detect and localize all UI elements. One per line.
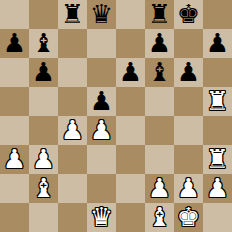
piece-black-pawn[interactable]: ♟: [119, 58, 142, 87]
square-a1[interactable]: [0, 203, 29, 232]
square-b5[interactable]: [29, 87, 58, 116]
square-b7[interactable]: ♝: [29, 29, 58, 58]
square-b1[interactable]: [29, 203, 58, 232]
piece-white-bishop[interactable]: ♝: [148, 203, 171, 232]
square-a4[interactable]: [0, 116, 29, 145]
square-b3[interactable]: ♟: [29, 145, 58, 174]
piece-black-king[interactable]: ♚: [177, 0, 200, 29]
square-e4[interactable]: [116, 116, 145, 145]
chess-board: ♜♛♜♚♟♝♟♟♟♟♝♟♟♜♟♟♟♟♜♝♟♟♟♛♝♚: [0, 0, 232, 232]
square-f5[interactable]: [145, 87, 174, 116]
square-d8[interactable]: ♛: [87, 0, 116, 29]
square-c5[interactable]: [58, 87, 87, 116]
square-a3[interactable]: ♟: [0, 145, 29, 174]
square-c7[interactable]: [58, 29, 87, 58]
square-b8[interactable]: [29, 0, 58, 29]
square-f1[interactable]: ♝: [145, 203, 174, 232]
square-h6[interactable]: [203, 58, 232, 87]
square-c1[interactable]: [58, 203, 87, 232]
piece-black-pawn[interactable]: ♟: [32, 58, 55, 87]
square-a7[interactable]: ♟: [0, 29, 29, 58]
piece-black-pawn[interactable]: ♟: [148, 29, 171, 58]
square-d5[interactable]: ♟: [87, 87, 116, 116]
piece-white-pawn[interactable]: ♟: [177, 174, 200, 203]
square-g4[interactable]: [174, 116, 203, 145]
piece-black-pawn[interactable]: ♟: [206, 29, 229, 58]
square-d2[interactable]: [87, 174, 116, 203]
piece-white-rook[interactable]: ♜: [206, 87, 229, 116]
square-e7[interactable]: [116, 29, 145, 58]
square-d6[interactable]: [87, 58, 116, 87]
piece-black-bishop[interactable]: ♝: [148, 58, 171, 87]
piece-black-pawn[interactable]: ♟: [177, 58, 200, 87]
piece-white-pawn[interactable]: ♟: [61, 116, 84, 145]
square-c8[interactable]: ♜: [58, 0, 87, 29]
square-g7[interactable]: [174, 29, 203, 58]
square-d3[interactable]: [87, 145, 116, 174]
square-f3[interactable]: [145, 145, 174, 174]
piece-black-pawn[interactable]: ♟: [90, 87, 113, 116]
square-h7[interactable]: ♟: [203, 29, 232, 58]
square-e8[interactable]: [116, 0, 145, 29]
piece-white-pawn[interactable]: ♟: [32, 145, 55, 174]
square-g6[interactable]: ♟: [174, 58, 203, 87]
square-b2[interactable]: ♝: [29, 174, 58, 203]
piece-white-pawn[interactable]: ♟: [206, 174, 229, 203]
square-g1[interactable]: ♚: [174, 203, 203, 232]
piece-black-rook[interactable]: ♜: [148, 0, 171, 29]
square-d7[interactable]: [87, 29, 116, 58]
square-f4[interactable]: [145, 116, 174, 145]
piece-black-rook[interactable]: ♜: [61, 0, 84, 29]
square-a6[interactable]: [0, 58, 29, 87]
piece-black-bishop[interactable]: ♝: [32, 29, 55, 58]
piece-white-bishop[interactable]: ♝: [32, 174, 55, 203]
piece-black-pawn[interactable]: ♟: [3, 29, 26, 58]
square-d4[interactable]: ♟: [87, 116, 116, 145]
square-g3[interactable]: [174, 145, 203, 174]
square-a5[interactable]: [0, 87, 29, 116]
square-d1[interactable]: ♛: [87, 203, 116, 232]
piece-white-pawn[interactable]: ♟: [90, 116, 113, 145]
piece-black-queen[interactable]: ♛: [90, 0, 113, 29]
square-e2[interactable]: [116, 174, 145, 203]
square-e1[interactable]: [116, 203, 145, 232]
square-c2[interactable]: [58, 174, 87, 203]
piece-white-king[interactable]: ♚: [177, 203, 200, 232]
square-g5[interactable]: [174, 87, 203, 116]
square-h8[interactable]: [203, 0, 232, 29]
square-g8[interactable]: ♚: [174, 0, 203, 29]
square-f8[interactable]: ♜: [145, 0, 174, 29]
square-a2[interactable]: [0, 174, 29, 203]
square-b4[interactable]: [29, 116, 58, 145]
square-f7[interactable]: ♟: [145, 29, 174, 58]
square-h5[interactable]: ♜: [203, 87, 232, 116]
square-h2[interactable]: ♟: [203, 174, 232, 203]
piece-white-rook[interactable]: ♜: [206, 145, 229, 174]
square-c3[interactable]: [58, 145, 87, 174]
square-c6[interactable]: [58, 58, 87, 87]
piece-white-pawn[interactable]: ♟: [148, 174, 171, 203]
square-h1[interactable]: [203, 203, 232, 232]
square-h3[interactable]: ♜: [203, 145, 232, 174]
square-a8[interactable]: [0, 0, 29, 29]
square-h4[interactable]: [203, 116, 232, 145]
square-g2[interactable]: ♟: [174, 174, 203, 203]
square-f2[interactable]: ♟: [145, 174, 174, 203]
square-e5[interactable]: [116, 87, 145, 116]
square-e3[interactable]: [116, 145, 145, 174]
square-c4[interactable]: ♟: [58, 116, 87, 145]
square-f6[interactable]: ♝: [145, 58, 174, 87]
square-b6[interactable]: ♟: [29, 58, 58, 87]
piece-white-pawn[interactable]: ♟: [3, 145, 26, 174]
piece-white-queen[interactable]: ♛: [90, 203, 113, 232]
square-e6[interactable]: ♟: [116, 58, 145, 87]
